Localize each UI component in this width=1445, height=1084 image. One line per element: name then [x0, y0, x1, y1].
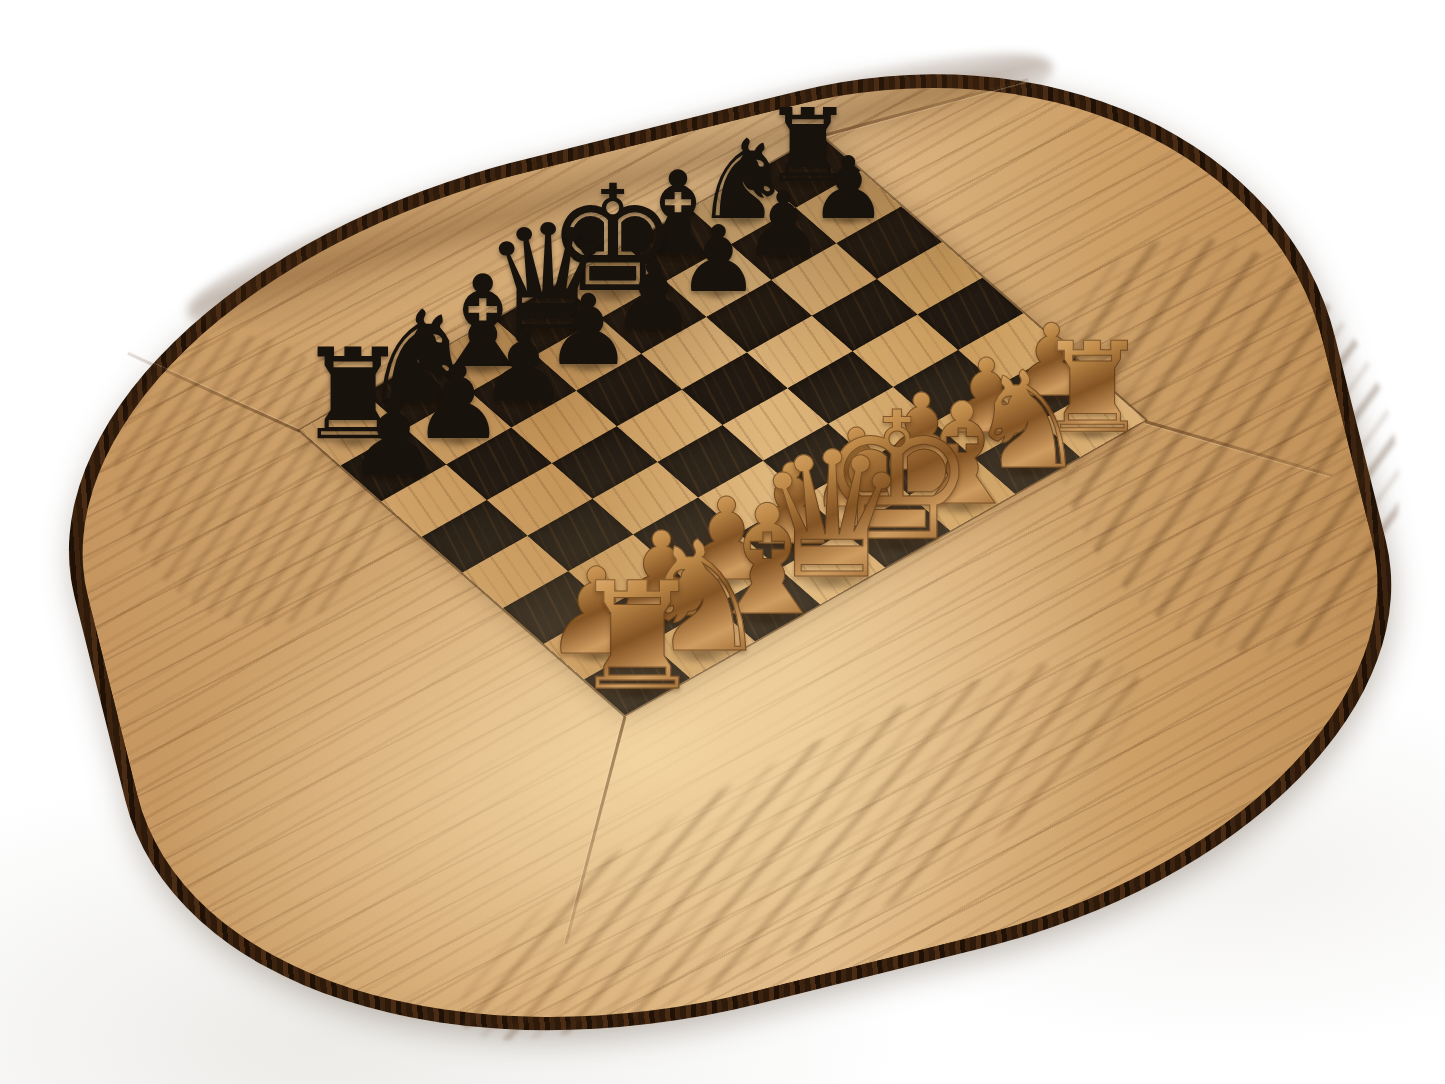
- piece-black-pawn-a7[interactable]: ♟: [346, 386, 441, 492]
- piece-white-rook-a1[interactable]: ♜: [571, 562, 704, 710]
- chess-photo-stage: ♜♞♝♛♚♝♞♜♟♟♟♟♟♟♟♟♟♟♟♟♟♟♟♟♜♞♝♛♚♝♞♜: [0, 0, 1445, 1084]
